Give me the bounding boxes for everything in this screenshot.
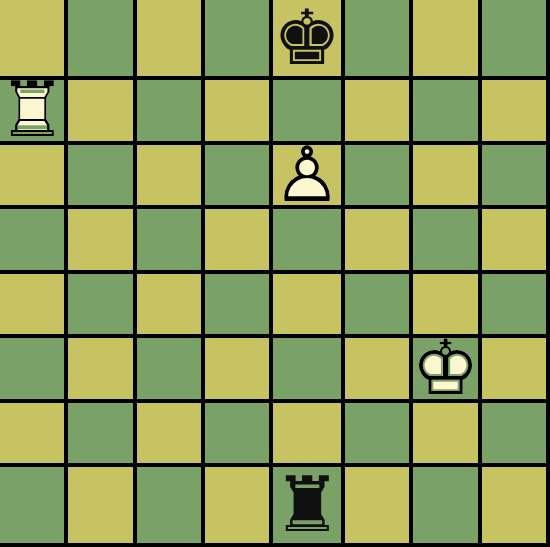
square-f2[interactable] (345, 403, 409, 464)
square-f1[interactable] (345, 467, 409, 543)
square-g5[interactable] (413, 209, 477, 270)
square-d4[interactable] (205, 274, 269, 335)
square-d8[interactable] (205, 0, 269, 76)
square-e3[interactable] (273, 338, 341, 399)
white-pawn-outline-glyph: ♙︎ (273, 145, 341, 206)
square-d7[interactable] (205, 80, 269, 141)
square-a3[interactable] (0, 338, 64, 399)
square-b3[interactable] (68, 338, 132, 399)
square-d3[interactable] (205, 338, 269, 399)
square-c8[interactable] (137, 0, 201, 76)
square-h5[interactable] (482, 209, 546, 270)
square-h1[interactable] (482, 467, 546, 543)
square-f3[interactable] (345, 338, 409, 399)
square-f6[interactable] (345, 145, 409, 206)
square-a4[interactable] (0, 274, 64, 335)
square-d6[interactable] (205, 145, 269, 206)
square-b8[interactable] (68, 0, 132, 76)
square-g1[interactable] (413, 467, 477, 543)
piece-white-king[interactable]: ♚︎♔︎ (413, 338, 477, 399)
square-b6[interactable] (68, 145, 132, 206)
square-h3[interactable] (482, 338, 546, 399)
square-f7[interactable] (345, 80, 409, 141)
square-e2[interactable] (273, 403, 341, 464)
square-g6[interactable] (413, 145, 477, 206)
piece-black-rook[interactable]: ♜︎ (273, 467, 341, 543)
square-g8[interactable] (413, 0, 477, 76)
square-h7[interactable] (482, 80, 546, 141)
square-a2[interactable] (0, 403, 64, 464)
square-c5[interactable] (137, 209, 201, 270)
square-c1[interactable] (137, 467, 201, 543)
square-b5[interactable] (68, 209, 132, 270)
square-f5[interactable] (345, 209, 409, 270)
square-a6[interactable] (0, 145, 64, 206)
square-h2[interactable] (482, 403, 546, 464)
square-d5[interactable] (205, 209, 269, 270)
square-b4[interactable] (68, 274, 132, 335)
square-a1[interactable] (0, 467, 64, 543)
square-e4[interactable] (273, 274, 341, 335)
square-c6[interactable] (137, 145, 201, 206)
square-c7[interactable] (137, 80, 201, 141)
square-e5[interactable] (273, 209, 341, 270)
square-a7[interactable]: ♜︎♖︎ (0, 80, 64, 141)
square-e6[interactable]: ♟︎♙︎ (273, 145, 341, 206)
square-f4[interactable] (345, 274, 409, 335)
square-g3[interactable]: ♚︎♔︎ (413, 338, 477, 399)
square-c4[interactable] (137, 274, 201, 335)
piece-black-king[interactable]: ♚︎ (273, 0, 341, 76)
chess-board: ♚︎♜︎♖︎♟︎♙︎♚︎♔︎♜︎ (0, 0, 550, 547)
square-e1[interactable]: ♜︎ (273, 467, 341, 543)
square-h4[interactable] (482, 274, 546, 335)
square-c2[interactable] (137, 403, 201, 464)
piece-white-rook[interactable]: ♜︎♖︎ (0, 80, 64, 141)
square-d2[interactable] (205, 403, 269, 464)
square-c3[interactable] (137, 338, 201, 399)
white-rook-outline-glyph: ♖︎ (0, 80, 64, 141)
square-a5[interactable] (0, 209, 64, 270)
square-g7[interactable] (413, 80, 477, 141)
white-king-outline-glyph: ♔︎ (413, 338, 477, 399)
square-b1[interactable] (68, 467, 132, 543)
square-h6[interactable] (482, 145, 546, 206)
square-f8[interactable] (345, 0, 409, 76)
square-h8[interactable] (482, 0, 546, 76)
square-b7[interactable] (68, 80, 132, 141)
square-d1[interactable] (205, 467, 269, 543)
piece-white-pawn[interactable]: ♟︎♙︎ (273, 145, 341, 206)
square-b2[interactable] (68, 403, 132, 464)
square-e8[interactable]: ♚︎ (273, 0, 341, 76)
square-g2[interactable] (413, 403, 477, 464)
